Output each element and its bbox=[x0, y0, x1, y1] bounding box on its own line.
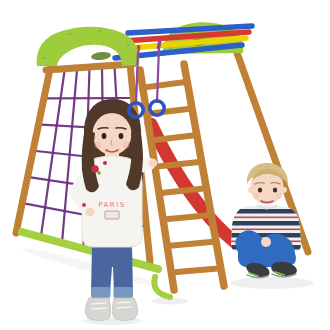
sweater-stripe bbox=[229, 209, 303, 214]
boy-floor-shadow bbox=[230, 277, 314, 289]
girl-eye-right bbox=[119, 133, 124, 139]
photo-children-play-gym: PARIS bbox=[0, 0, 330, 330]
boy-eye-right bbox=[273, 187, 277, 192]
boy-cheek bbox=[276, 193, 282, 199]
rosebud-applique bbox=[103, 161, 107, 165]
sweater-stripe-thin bbox=[229, 229, 303, 231]
ladder-rung bbox=[171, 268, 221, 272]
screw bbox=[69, 33, 71, 35]
sweater-label-patch bbox=[105, 211, 119, 219]
rose-leaf bbox=[97, 171, 101, 175]
girl-face bbox=[93, 113, 132, 155]
boy-cheek bbox=[253, 193, 259, 199]
girl-hand-on-rail bbox=[149, 159, 158, 168]
screw bbox=[43, 57, 45, 59]
sweater-print-text: PARIS bbox=[98, 201, 125, 209]
boy-ear bbox=[281, 187, 287, 193]
rose-applique bbox=[91, 165, 99, 173]
boy-eye-left bbox=[258, 187, 262, 192]
girl-eye-left bbox=[102, 133, 107, 139]
girl-jeans-cuff bbox=[114, 287, 134, 298]
girl-hand-on-hip bbox=[86, 208, 95, 217]
girl-sneaker-right bbox=[112, 298, 137, 320]
girl-sneaker-left bbox=[85, 298, 110, 320]
sweater-stripe bbox=[229, 221, 303, 226]
scene-illustration: PARIS bbox=[0, 0, 330, 330]
girl-cheek bbox=[95, 142, 102, 149]
girl-jeans-cuff bbox=[91, 287, 111, 298]
boy-ear bbox=[248, 187, 254, 193]
girl-bracelet bbox=[82, 203, 86, 207]
girl-cheek bbox=[123, 142, 130, 149]
sweater-stripe-thin bbox=[229, 217, 303, 219]
screw bbox=[127, 44, 129, 46]
boy-hands-clasped bbox=[261, 237, 271, 247]
screw bbox=[99, 30, 101, 32]
